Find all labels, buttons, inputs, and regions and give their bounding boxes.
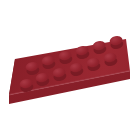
stud xyxy=(18,77,33,92)
lego-plate-photo xyxy=(0,0,135,135)
plate-top-face xyxy=(0,0,135,135)
stud xyxy=(108,34,123,49)
stud xyxy=(85,56,100,71)
stud xyxy=(69,62,84,77)
stud xyxy=(102,51,117,66)
stud xyxy=(75,45,90,60)
stud xyxy=(91,39,106,54)
